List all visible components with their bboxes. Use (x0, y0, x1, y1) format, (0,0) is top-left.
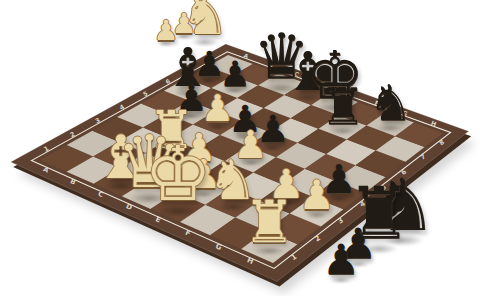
chess-set-photo: AABBCCDDEEFFGGHH1122334455667788 ♟♞♟♟♛♟♝… (0, 0, 480, 296)
chess-board: AABBCCDDEEFFGGHH1122334455667788 (0, 0, 480, 296)
